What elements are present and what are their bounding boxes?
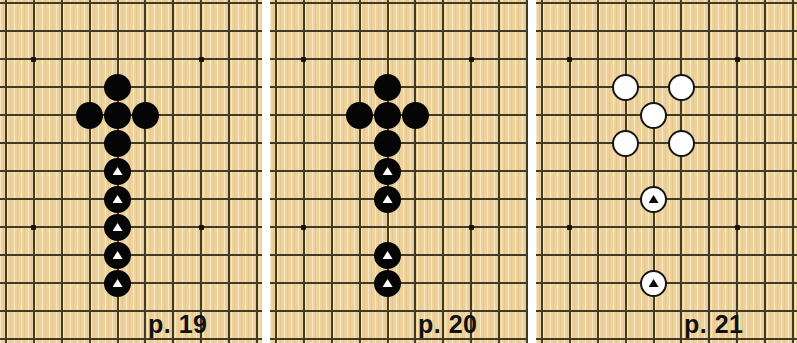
go-diagram-p21: p. 21	[536, 0, 797, 343]
board-intersection	[346, 101, 374, 129]
black-stone	[374, 102, 401, 129]
board-intersection	[640, 101, 668, 129]
black-stone	[132, 102, 159, 129]
board-intersection	[132, 101, 160, 129]
board-intersection	[668, 73, 696, 101]
black-stone	[104, 130, 131, 157]
star-point	[199, 225, 204, 230]
triangle-mark-icon	[383, 167, 393, 175]
triangle-mark-icon	[113, 195, 123, 203]
white-stone	[640, 270, 667, 297]
triangle-mark-icon	[113, 251, 123, 259]
go-diagram-p20: p. 20	[270, 0, 528, 343]
triangle-mark-icon	[383, 279, 393, 287]
page-number-label: p. 20	[418, 310, 477, 338]
white-stone	[640, 186, 667, 213]
black-stone	[346, 102, 373, 129]
black-stone	[402, 102, 429, 129]
black-stone	[76, 102, 103, 129]
board-intersection	[374, 101, 402, 129]
board-intersection	[104, 129, 132, 157]
black-stone	[374, 270, 401, 297]
triangle-mark-icon	[113, 279, 123, 287]
white-stone	[668, 130, 695, 157]
go-diagram-p19: p. 19	[0, 0, 262, 343]
board-intersection	[640, 269, 668, 297]
black-stone	[104, 74, 131, 101]
black-stone	[104, 186, 131, 213]
white-stone	[612, 74, 639, 101]
star-point	[301, 225, 306, 230]
black-stone	[104, 102, 131, 129]
white-stone	[668, 74, 695, 101]
triangle-mark-icon	[113, 223, 123, 231]
star-point	[301, 57, 306, 62]
star-point	[469, 57, 474, 62]
page-number-label: p. 21	[684, 310, 743, 338]
star-point	[735, 225, 740, 230]
board-intersection	[104, 185, 132, 213]
white-stone	[612, 130, 639, 157]
board-grid	[0, 0, 262, 343]
star-point	[469, 225, 474, 230]
star-point	[31, 225, 36, 230]
triangle-mark-icon	[383, 195, 393, 203]
black-stone	[374, 186, 401, 213]
star-point	[31, 57, 36, 62]
board-intersection	[374, 269, 402, 297]
triangle-mark-icon	[649, 195, 659, 203]
black-stone	[104, 242, 131, 269]
star-point	[199, 57, 204, 62]
board-intersection	[612, 129, 640, 157]
black-stone	[374, 130, 401, 157]
black-stone	[104, 270, 131, 297]
board-intersection	[668, 129, 696, 157]
board-intersection	[104, 73, 132, 101]
board-intersection	[612, 73, 640, 101]
black-stone	[104, 214, 131, 241]
black-stone	[374, 242, 401, 269]
board-intersection	[640, 185, 668, 213]
white-stone	[640, 102, 667, 129]
black-stone	[104, 158, 131, 185]
board-intersection	[104, 157, 132, 185]
triangle-mark-icon	[649, 279, 659, 287]
star-point	[567, 57, 572, 62]
board-grid	[536, 0, 797, 343]
board-grid	[270, 0, 528, 343]
page-number-label: p. 19	[148, 310, 207, 338]
board-intersection	[104, 269, 132, 297]
triangle-mark-icon	[383, 251, 393, 259]
go-book-diagram-strip: p. 19 p. 20 p. 21	[0, 0, 797, 343]
board-intersection	[402, 101, 430, 129]
board-intersection	[374, 157, 402, 185]
board-intersection	[374, 129, 402, 157]
board-intersection	[104, 101, 132, 129]
black-stone	[374, 158, 401, 185]
board-intersection	[374, 185, 402, 213]
triangle-mark-icon	[113, 167, 123, 175]
star-point	[735, 57, 740, 62]
black-stone	[374, 74, 401, 101]
board-intersection	[76, 101, 104, 129]
board-intersection	[104, 241, 132, 269]
board-intersection	[104, 213, 132, 241]
board-intersection	[374, 73, 402, 101]
board-intersection	[374, 241, 402, 269]
star-point	[567, 225, 572, 230]
